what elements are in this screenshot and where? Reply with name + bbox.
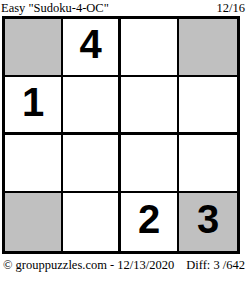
cell-r1c3[interactable] (179, 77, 237, 135)
given-digit: 2 (138, 199, 160, 239)
cell-r0c0[interactable] (5, 19, 63, 77)
cell-r1c2[interactable] (121, 77, 179, 135)
cell-r3c2: 2 (121, 193, 179, 251)
given-digit: 3 (197, 199, 219, 239)
given-digit: 1 (22, 82, 44, 122)
given-digit: 4 (79, 24, 101, 64)
cell-r3c1[interactable] (63, 193, 121, 251)
copyright-text: © grouppuzzles.com - 12/13/2020 (3, 258, 174, 272)
cell-r0c1: 4 (63, 19, 121, 77)
cell-r2c3[interactable] (179, 135, 237, 193)
cell-r2c1[interactable] (63, 135, 121, 193)
cell-r1c0: 1 (5, 77, 63, 135)
cell-r3c0[interactable] (5, 193, 63, 251)
sudoku-grid: 4123 (2, 16, 240, 254)
puzzle-header: Easy "Sudoku-4-OC" 12/16 (0, 0, 248, 16)
puzzle-footer: © grouppuzzles.com - 12/13/2020 Diff: 3 … (0, 254, 248, 272)
cell-r0c3[interactable] (179, 19, 237, 77)
puzzle-page: Easy "Sudoku-4-OC" 12/16 4123 © grouppuz… (0, 0, 248, 282)
cell-r1c1[interactable] (63, 77, 121, 135)
puzzle-title: Easy "Sudoku-4-OC" (1, 1, 109, 15)
difficulty-text: Diff: 3 /642 (186, 258, 245, 272)
puzzle-counter: 12/16 (217, 1, 245, 15)
cell-r0c2[interactable] (121, 19, 179, 77)
cell-r2c2[interactable] (121, 135, 179, 193)
cell-r2c0[interactable] (5, 135, 63, 193)
cell-r3c3: 3 (179, 193, 237, 251)
